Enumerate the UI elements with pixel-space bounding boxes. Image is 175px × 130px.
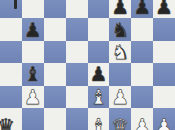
chess-board-screenshot: ♟♟♟♟♞♞♝♟♟♝♟♛♝♛♟♟ — [0, 0, 175, 130]
board-square[interactable]: ♞ — [109, 41, 131, 63]
board-square[interactable] — [153, 86, 175, 108]
board-square[interactable] — [131, 41, 153, 63]
piece-white-pawn[interactable]: ♟ — [131, 115, 153, 130]
board-square[interactable] — [0, 41, 22, 63]
board-square[interactable] — [0, 86, 22, 108]
board-square[interactable] — [22, 0, 44, 18]
piece-black-pawn[interactable]: ♟ — [131, 0, 153, 18]
board-square[interactable] — [0, 18, 22, 40]
partial-piece-sliver — [14, 0, 17, 9]
board-square[interactable] — [66, 18, 88, 40]
board-square[interactable] — [0, 0, 22, 18]
board-square[interactable]: ♝ — [22, 63, 44, 85]
piece-black-knight[interactable]: ♞ — [109, 18, 131, 40]
board-square[interactable] — [44, 0, 66, 18]
board-square[interactable] — [44, 41, 66, 63]
board-square[interactable]: ♟ — [22, 18, 44, 40]
board-square[interactable] — [131, 63, 153, 85]
board-square[interactable] — [66, 108, 88, 130]
board-square[interactable]: ♟ — [109, 0, 131, 18]
board-square[interactable] — [153, 41, 175, 63]
piece-black-pawn[interactable]: ♟ — [22, 18, 44, 40]
board-square[interactable] — [44, 63, 66, 85]
board-square[interactable] — [0, 63, 22, 85]
piece-black-pawn[interactable]: ♟ — [88, 63, 110, 85]
board-square[interactable]: ♟ — [131, 0, 153, 18]
piece-black-pawn[interactable]: ♟ — [153, 0, 175, 18]
board-square[interactable] — [44, 86, 66, 108]
piece-white-bishop[interactable]: ♝ — [88, 115, 110, 130]
board-square[interactable] — [88, 41, 110, 63]
board-square[interactable] — [22, 41, 44, 63]
piece-white-pawn[interactable]: ♟ — [109, 86, 131, 108]
board-square[interactable]: ♝ — [88, 108, 110, 130]
piece-black-queen[interactable]: ♛ — [0, 115, 17, 130]
board-square[interactable] — [66, 41, 88, 63]
board-square[interactable] — [22, 108, 44, 130]
piece-white-queen[interactable]: ♛ — [109, 115, 131, 130]
piece-white-pawn[interactable]: ♟ — [22, 86, 44, 108]
board-square[interactable] — [66, 63, 88, 85]
board-square[interactable]: ♟ — [88, 63, 110, 85]
board-square[interactable] — [88, 18, 110, 40]
board-square[interactable]: ♞ — [109, 18, 131, 40]
chess-board[interactable]: ♟♟♟♟♞♞♝♟♟♝♟♛♝♛♟♟ — [0, 0, 175, 130]
piece-white-knight[interactable]: ♞ — [109, 41, 131, 63]
piece-white-bishop[interactable]: ♝ — [88, 86, 110, 108]
board-square[interactable] — [66, 86, 88, 108]
board-square[interactable]: ♟ — [22, 86, 44, 108]
piece-black-bishop[interactable]: ♝ — [22, 63, 44, 85]
board-square[interactable] — [44, 108, 66, 130]
piece-white-pawn[interactable]: ♟ — [153, 115, 175, 130]
board-square[interactable] — [153, 18, 175, 40]
board-square[interactable]: ♟ — [131, 108, 153, 130]
board-square[interactable]: ♟ — [109, 86, 131, 108]
piece-black-pawn[interactable]: ♟ — [109, 0, 131, 18]
board-square[interactable] — [131, 86, 153, 108]
board-square[interactable] — [131, 18, 153, 40]
board-square[interactable] — [44, 18, 66, 40]
board-square[interactable] — [153, 63, 175, 85]
board-square[interactable]: ♝ — [88, 86, 110, 108]
board-square[interactable] — [66, 0, 88, 18]
board-square[interactable] — [109, 63, 131, 85]
board-square[interactable] — [88, 0, 110, 18]
board-square[interactable]: ♟ — [153, 0, 175, 18]
board-square[interactable]: ♛ — [109, 108, 131, 130]
board-square[interactable]: ♛ — [0, 108, 22, 130]
board-square[interactable]: ♟ — [153, 108, 175, 130]
